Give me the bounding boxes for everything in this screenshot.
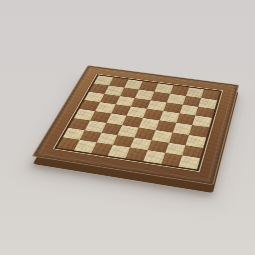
square-h1 (179, 156, 200, 170)
chess-board-grid (54, 74, 222, 171)
product-photo (0, 0, 255, 255)
